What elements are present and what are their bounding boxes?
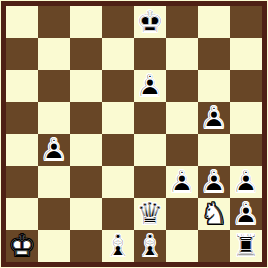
square-a2[interactable] [6, 198, 38, 230]
square-e8[interactable]: ♚♔ [134, 6, 166, 38]
queen-glyph-outline: ♕ [134, 198, 166, 230]
square-c8[interactable] [70, 6, 102, 38]
square-g7[interactable] [198, 38, 230, 70]
board-grid: ♚♔♟♙♟♙♟♙♟♙♟♙♟♙♛♕♞♘♟♙♚♔♝♗♝♗♜♖ [6, 6, 262, 262]
square-b5[interactable] [38, 102, 70, 134]
square-d6[interactable] [102, 70, 134, 102]
square-e2[interactable]: ♛♕ [134, 198, 166, 230]
square-c5[interactable] [70, 102, 102, 134]
bishop-glyph-outline: ♗ [102, 230, 134, 262]
black-pawn[interactable]: ♟♙ [198, 166, 230, 198]
square-g2[interactable]: ♞♘ [198, 198, 230, 230]
white-knight[interactable]: ♞♘ [198, 198, 230, 230]
square-c3[interactable] [70, 166, 102, 198]
square-h8[interactable] [230, 6, 262, 38]
square-f2[interactable] [166, 198, 198, 230]
black-queen[interactable]: ♛♕ [134, 198, 166, 230]
square-a1[interactable]: ♚♔ [6, 230, 38, 262]
square-f6[interactable] [166, 70, 198, 102]
square-a3[interactable] [6, 166, 38, 198]
square-a8[interactable] [6, 6, 38, 38]
black-pawn[interactable]: ♟♙ [198, 102, 230, 134]
square-b2[interactable] [38, 198, 70, 230]
square-g1[interactable] [198, 230, 230, 262]
black-pawn[interactable]: ♟♙ [230, 166, 262, 198]
square-d3[interactable] [102, 166, 134, 198]
king-glyph-outline: ♔ [6, 230, 38, 262]
square-h7[interactable] [230, 38, 262, 70]
square-f3[interactable]: ♟♙ [166, 166, 198, 198]
black-pawn[interactable]: ♟♙ [230, 198, 262, 230]
black-bishop[interactable]: ♝♗ [102, 230, 134, 262]
square-d2[interactable] [102, 198, 134, 230]
square-b3[interactable] [38, 166, 70, 198]
square-f4[interactable] [166, 134, 198, 166]
square-d5[interactable] [102, 102, 134, 134]
square-g6[interactable] [198, 70, 230, 102]
pawn-glyph-outline: ♙ [166, 166, 198, 198]
square-e1[interactable]: ♝♗ [134, 230, 166, 262]
chess-board: ♚♔♟♙♟♙♟♙♟♙♟♙♟♙♛♕♞♘♟♙♚♔♝♗♝♗♜♖ [0, 0, 268, 268]
square-e3[interactable] [134, 166, 166, 198]
square-b6[interactable] [38, 70, 70, 102]
square-e7[interactable] [134, 38, 166, 70]
square-f8[interactable] [166, 6, 198, 38]
pawn-glyph-outline: ♙ [230, 166, 262, 198]
black-rook[interactable]: ♜♖ [230, 230, 262, 262]
bishop-glyph-outline: ♗ [134, 230, 166, 262]
square-b7[interactable] [38, 38, 70, 70]
square-g3[interactable]: ♟♙ [198, 166, 230, 198]
square-h1[interactable]: ♜♖ [230, 230, 262, 262]
square-f7[interactable] [166, 38, 198, 70]
square-b4[interactable]: ♟♙ [38, 134, 70, 166]
square-d7[interactable] [102, 38, 134, 70]
rook-glyph-outline: ♖ [230, 230, 262, 262]
king-glyph-outline: ♔ [134, 6, 166, 38]
white-king[interactable]: ♚♔ [6, 230, 38, 262]
square-a5[interactable] [6, 102, 38, 134]
square-f5[interactable] [166, 102, 198, 134]
square-a4[interactable] [6, 134, 38, 166]
pawn-glyph-outline: ♙ [230, 198, 262, 230]
black-bishop[interactable]: ♝♗ [134, 230, 166, 262]
square-c2[interactable] [70, 198, 102, 230]
pawn-glyph-outline: ♙ [38, 134, 70, 166]
square-g5[interactable]: ♟♙ [198, 102, 230, 134]
black-king[interactable]: ♚♔ [134, 6, 166, 38]
black-pawn[interactable]: ♟♙ [166, 166, 198, 198]
square-e5[interactable] [134, 102, 166, 134]
pawn-glyph-outline: ♙ [134, 70, 166, 102]
square-a6[interactable] [6, 70, 38, 102]
square-d4[interactable] [102, 134, 134, 166]
square-c6[interactable] [70, 70, 102, 102]
square-b8[interactable] [38, 6, 70, 38]
square-b1[interactable] [38, 230, 70, 262]
square-h2[interactable]: ♟♙ [230, 198, 262, 230]
square-h3[interactable]: ♟♙ [230, 166, 262, 198]
square-c4[interactable] [70, 134, 102, 166]
square-g8[interactable] [198, 6, 230, 38]
square-e6[interactable]: ♟♙ [134, 70, 166, 102]
square-h5[interactable] [230, 102, 262, 134]
square-c1[interactable] [70, 230, 102, 262]
square-c7[interactable] [70, 38, 102, 70]
square-h4[interactable] [230, 134, 262, 166]
pawn-glyph-outline: ♙ [198, 166, 230, 198]
square-g4[interactable] [198, 134, 230, 166]
square-h6[interactable] [230, 70, 262, 102]
pawn-glyph-outline: ♙ [198, 102, 230, 134]
black-pawn[interactable]: ♟♙ [38, 134, 70, 166]
square-a7[interactable] [6, 38, 38, 70]
square-e4[interactable] [134, 134, 166, 166]
square-d1[interactable]: ♝♗ [102, 230, 134, 262]
black-pawn[interactable]: ♟♙ [134, 70, 166, 102]
knight-glyph-outline: ♘ [198, 198, 230, 230]
square-f1[interactable] [166, 230, 198, 262]
square-d8[interactable] [102, 6, 134, 38]
